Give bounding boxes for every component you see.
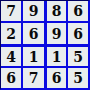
cell-r2c1[interactable]: 2 bbox=[1, 23, 21, 44]
cell-r4c3[interactable]: 6 bbox=[47, 68, 66, 88]
cell-r1c3[interactable]: 8 bbox=[47, 1, 66, 21]
cell-r1c4[interactable]: 6 bbox=[68, 1, 88, 21]
cell-r2c4[interactable]: 6 bbox=[68, 23, 88, 44]
sudoku-board: 7 9 8 6 2 6 9 6 4 1 1 5 6 7 6 5 bbox=[0, 0, 90, 90]
cell-r3c1[interactable]: 4 bbox=[1, 47, 21, 66]
cell-r2c2[interactable]: 6 bbox=[23, 23, 44, 44]
cell-r1c1[interactable]: 7 bbox=[1, 1, 21, 21]
cell-r1c2[interactable]: 9 bbox=[23, 1, 44, 21]
cell-r3c4[interactable]: 5 bbox=[68, 47, 88, 66]
cell-r3c3[interactable]: 1 bbox=[47, 47, 66, 66]
cell-r3c2[interactable]: 1 bbox=[23, 47, 44, 66]
cell-r4c1[interactable]: 6 bbox=[1, 68, 21, 88]
cell-r4c4[interactable]: 5 bbox=[68, 68, 88, 88]
cell-r2c3[interactable]: 9 bbox=[47, 23, 66, 44]
cell-r4c2[interactable]: 7 bbox=[23, 68, 44, 88]
